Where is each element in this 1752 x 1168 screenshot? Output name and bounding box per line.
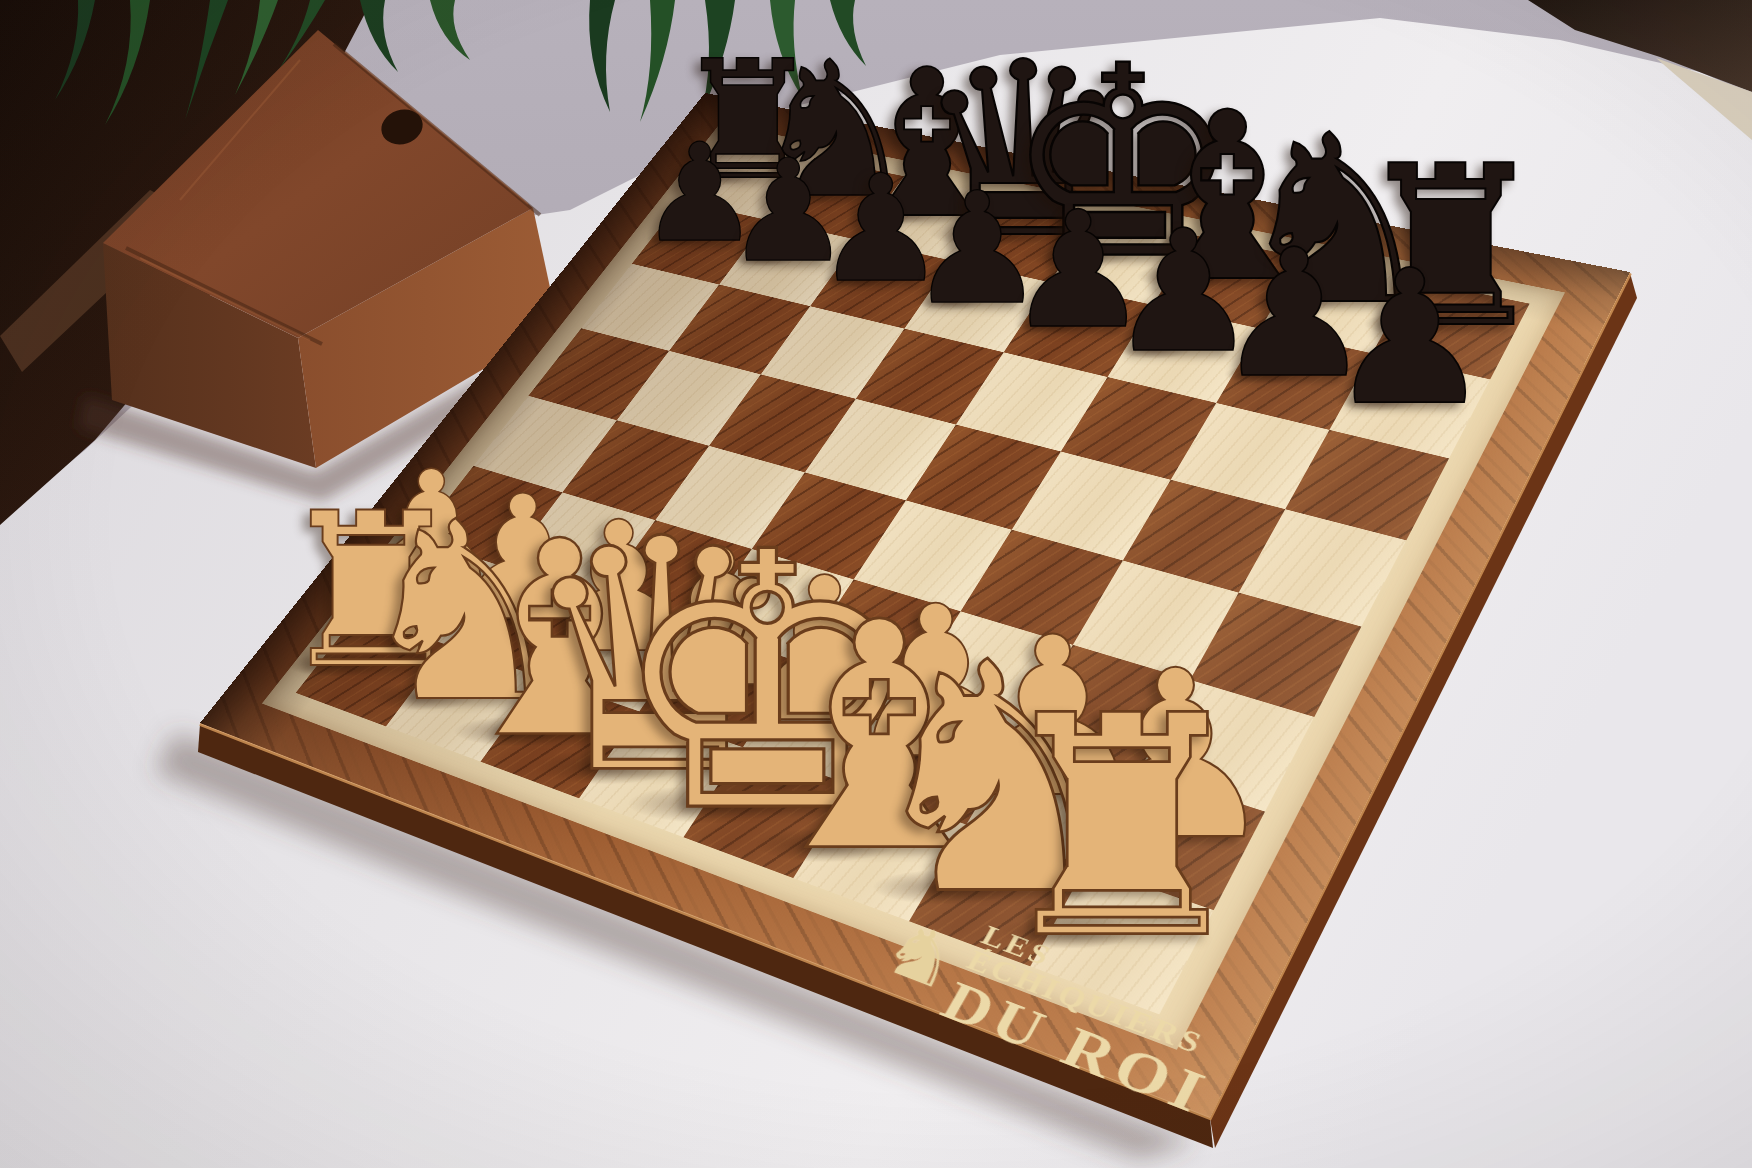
photo-scene: ♞ LES ÉCHIQUIERS DU ROI ♜♞♝♛♟♚♟♝♟♞♟♟♜♟♟♟… bbox=[0, 0, 1752, 1168]
piece-white-rook[interactable]: ♜ bbox=[986, 677, 1259, 981]
piece-black-pawn[interactable]: ♟ bbox=[1327, 245, 1493, 430]
